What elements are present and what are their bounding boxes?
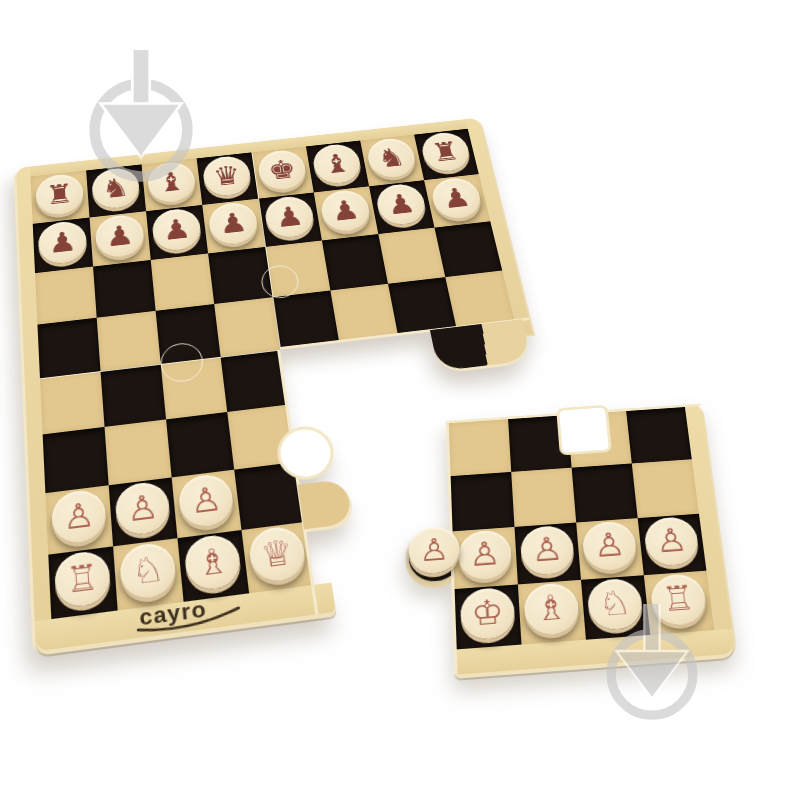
square-b7: ♟ <box>90 211 151 266</box>
square-b4 <box>101 364 167 427</box>
square-f3 <box>511 468 576 527</box>
piece-white-pawn-h2: ♙ <box>643 516 701 567</box>
black-pawn-glyph: ♟ <box>161 214 192 244</box>
piece-black-pawn-d7: ♟ <box>207 201 259 247</box>
square-e1: ♔ <box>455 584 522 649</box>
square-a2: ♙ <box>45 485 113 554</box>
piece-black-pawn-b7: ♟ <box>94 213 145 259</box>
black-pawn-glyph: ♟ <box>329 195 361 224</box>
white-pawn-glyph: ♙ <box>419 533 450 566</box>
square-b6 <box>93 260 156 318</box>
square-f6 <box>322 234 388 290</box>
black-king-glyph: ♚ <box>266 155 297 183</box>
piece-white-bishop-f1: ♗ <box>523 582 580 636</box>
piece-white-king-e1: ♔ <box>460 587 516 641</box>
black-rook-glyph: ♜ <box>45 179 74 208</box>
square-h4 <box>626 407 692 463</box>
piece-black-bishop-f8: ♝ <box>311 142 364 185</box>
white-pawn-glyph: ♙ <box>188 481 223 518</box>
white-bishop-glyph: ♗ <box>195 542 231 581</box>
square-e3 <box>451 472 515 531</box>
square-g6 <box>378 228 445 284</box>
piece-white-pawn-g2: ♙ <box>581 520 638 572</box>
square-h6 <box>434 221 502 277</box>
black-pawn-glyph: ♟ <box>217 208 248 238</box>
black-pawn-glyph: ♟ <box>440 183 473 212</box>
black-bishop-glyph: ♝ <box>321 149 353 177</box>
piece-white-knight-b1: ♘ <box>119 541 178 601</box>
square-a7: ♟ <box>33 218 93 274</box>
piece-white-rook-a1: ♖ <box>54 549 112 609</box>
piece-black-rook-h8: ♜ <box>419 131 473 174</box>
piece-white-pawn-a2: ♙ <box>51 488 107 546</box>
square-c7: ♟ <box>146 205 208 260</box>
square-e4 <box>449 419 511 476</box>
puzzle-tab-square: ♙ <box>409 531 461 575</box>
square-h2: ♙ <box>638 514 707 575</box>
square-e7: ♟ <box>258 192 322 246</box>
square-d5 <box>214 297 280 357</box>
black-rook-glyph: ♜ <box>429 137 461 165</box>
square-a5 <box>37 318 100 379</box>
square-g8: ♞ <box>360 135 424 187</box>
cayro-logo-text: cayro <box>138 596 207 630</box>
square-a4 <box>40 371 105 434</box>
product-photo-scene: ♜♞♝♛♚♝♞♜♟♟♟♟♟♟♟♟♙♙♙♖♘♗♕ cayro ♙ ♙♙♙♙♔♗♘♖ <box>0 0 799 799</box>
piece-black-pawn-c7: ♟ <box>151 207 203 253</box>
square-b5 <box>97 311 161 371</box>
piece-black-pawn-a7: ♟ <box>38 220 88 266</box>
black-pawn-glyph: ♟ <box>273 202 305 232</box>
white-bishop-glyph: ♗ <box>534 590 569 626</box>
black-queen-glyph: ♛ <box>211 161 242 189</box>
white-pawn-glyph: ♙ <box>468 537 501 572</box>
piece-black-pawn-h7: ♟ <box>429 176 484 221</box>
piece-black-rook-a8: ♜ <box>35 172 84 216</box>
piece-white-pawn-b2: ♙ <box>114 480 171 537</box>
piece-white-pawn-c2: ♙ <box>177 472 235 529</box>
puzzle-notch-top-edge <box>556 405 612 456</box>
square-e2: ♙ <box>453 527 518 589</box>
square-f2: ♙ <box>514 523 580 585</box>
white-knight-glyph: ♘ <box>130 550 165 589</box>
square-c3 <box>166 412 234 477</box>
square-g2: ♙ <box>576 518 644 580</box>
piece-black-king-e8: ♚ <box>256 148 308 191</box>
square-f8: ♝ <box>306 140 369 192</box>
white-pawn-glyph: ♙ <box>592 528 627 562</box>
download-watermark-icon <box>82 50 200 208</box>
square-h7: ♟ <box>424 174 490 228</box>
square-d7: ♟ <box>202 199 265 254</box>
piece-white-bishop-c1: ♗ <box>183 533 243 593</box>
white-king-glyph: ♔ <box>471 595 505 631</box>
white-pawn-glyph: ♙ <box>654 523 689 557</box>
square-e8: ♚ <box>251 146 313 198</box>
white-pawn-glyph: ♙ <box>62 497 96 535</box>
square-d8: ♛ <box>197 152 259 205</box>
square-b2: ♙ <box>109 477 178 546</box>
white-rook-glyph: ♖ <box>65 558 99 597</box>
black-knight-glyph: ♞ <box>375 143 407 171</box>
piece-white-pawn-e2: ♙ <box>458 529 513 581</box>
black-pawn-glyph: ♟ <box>385 189 418 218</box>
square-a3 <box>43 427 109 493</box>
piece-black-pawn-e7: ♟ <box>263 195 316 240</box>
white-pawn-glyph: ♙ <box>125 489 159 526</box>
square-f7: ♟ <box>314 186 379 240</box>
download-watermark-icon <box>600 604 704 743</box>
square-h3 <box>632 459 699 518</box>
piece-black-queen-d8: ♛ <box>201 154 252 198</box>
square-a8: ♜ <box>30 170 89 223</box>
piece-white-pawn-f2: ♙ <box>520 525 576 577</box>
white-pawn-glyph: ♙ <box>530 532 564 567</box>
square-f1: ♗ <box>518 580 586 645</box>
black-pawn-glyph: ♟ <box>104 220 134 250</box>
square-b3 <box>105 419 172 485</box>
square-c6 <box>151 253 214 310</box>
piece-white-pawn-d2: ♙ <box>408 525 460 575</box>
piece-black-pawn-g7: ♟ <box>374 182 428 227</box>
white-queen-glyph: ♕ <box>259 534 295 573</box>
piece-black-pawn-f7: ♟ <box>319 188 373 233</box>
square-g7: ♟ <box>369 180 434 234</box>
square-c2: ♙ <box>172 470 242 539</box>
square-h8: ♜ <box>414 129 479 180</box>
square-a1: ♖ <box>48 546 117 619</box>
square-a6 <box>35 267 97 325</box>
black-pawn-glyph: ♟ <box>48 227 78 257</box>
piece-white-queen-d1: ♕ <box>247 525 308 584</box>
square-g3 <box>572 463 638 522</box>
piece-black-knight-g8: ♞ <box>365 137 418 180</box>
